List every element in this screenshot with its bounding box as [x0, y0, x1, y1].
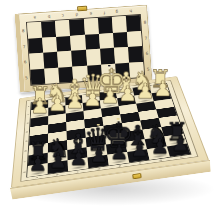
- piece-white-pawn: ♟: [150, 78, 175, 99]
- folded-square: [126, 15, 141, 31]
- folded-file-label: d: [75, 12, 78, 17]
- open-board-perspective: 12345678 abcdefgh ♜♞♝♛♚♝♞♜♟♟♟♟♟♟♟♟♜♞♝♛♚♝…: [2, 88, 218, 218]
- folded-square: [98, 17, 113, 33]
- file-label: e: [118, 164, 121, 167]
- folded-file-label: f: [103, 10, 105, 15]
- folded-square: [113, 31, 128, 47]
- file-label: f: [139, 162, 141, 165]
- folded-file-label: a: [34, 15, 37, 20]
- open-chess-board: 12345678 abcdefgh ♜♞♝♛♚♝♞♜♟♟♟♟♟♟♟♟♜♞♝♛♚♝…: [11, 76, 209, 188]
- file-label: d: [98, 167, 101, 170]
- file-label: h: [180, 156, 183, 159]
- folded-square: [56, 35, 71, 51]
- file-label: c: [77, 170, 79, 173]
- folded-square: [72, 50, 87, 66]
- folded-rank-label: 6: [24, 59, 27, 64]
- folded-square: [127, 30, 142, 46]
- folded-square: [27, 22, 42, 38]
- folded-rank-label: 8: [22, 29, 25, 34]
- folded-board-clasp-icon: [77, 6, 87, 12]
- folded-square: [41, 21, 56, 37]
- board-grid: ♜♞♝♛♚♝♞♜♟♟♟♟♟♟♟♟♜♞♝♛♚♝♞♜♟♟♟♟♟♟♟♟: [26, 83, 191, 178]
- folded-file-label: c: [61, 13, 64, 18]
- folded-file-label: h: [130, 8, 133, 13]
- folded-rank-label: 6: [146, 51, 149, 56]
- folded-square: [70, 34, 85, 50]
- folded-rank-label: 7: [144, 35, 147, 40]
- finial-icon: [90, 69, 92, 72]
- rank-label: 4: [26, 131, 28, 133]
- rank-label: 3: [26, 122, 28, 124]
- folded-square: [57, 51, 72, 67]
- open-board-clasp-icon: [132, 173, 141, 179]
- folded-square: [99, 32, 114, 48]
- folded-square: [43, 52, 58, 68]
- folded-square: [112, 16, 127, 32]
- folded-square: [85, 33, 100, 49]
- folded-file-label: b: [47, 14, 50, 19]
- folded-rank-label: 5: [25, 74, 28, 79]
- finial-icon: [116, 116, 119, 120]
- finial-icon: [96, 122, 99, 126]
- piece-black-pawn: ♟: [165, 134, 194, 155]
- folded-square: [55, 20, 70, 36]
- file-label: a: [35, 176, 37, 179]
- folded-file-label: e: [89, 11, 92, 16]
- folded-square: [28, 37, 43, 53]
- folded-rank-label: 7: [23, 44, 26, 49]
- folded-square: [29, 53, 44, 69]
- folded-square: [69, 19, 84, 35]
- folded-file-label: g: [116, 9, 119, 14]
- finial-icon: [107, 63, 109, 66]
- folded-rank-label: 8: [143, 20, 146, 25]
- folded-square: [128, 46, 143, 62]
- file-label: g: [159, 159, 162, 162]
- folded-square: [83, 18, 98, 34]
- chess-set-photo: abcdefgh 8765 8765 12345678 abcdefgh ♜♞♝…: [0, 0, 220, 220]
- file-label: b: [56, 173, 59, 176]
- folded-square: [42, 36, 57, 52]
